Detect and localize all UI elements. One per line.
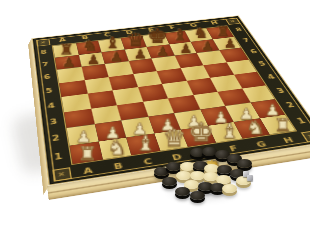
black-pawn: ♟ [110, 50, 124, 63]
white-checker-disc [176, 171, 191, 180]
white-pawn: ♟ [76, 128, 92, 144]
white-bishop: ♝ [219, 122, 240, 142]
black-checker-disc [166, 162, 181, 171]
white-checker-disc [222, 184, 237, 193]
black-pawn: ♟ [179, 42, 192, 55]
black-pawn: ♟ [86, 53, 100, 66]
square-e4 [162, 81, 193, 98]
corner-motif-icon: ✕ [52, 167, 72, 182]
product-photo-scene: ABCDEFGH ABCDEFGH 87654321 87654321 ✕ ✕ … [0, 0, 310, 233]
rank-label: 3 [268, 83, 294, 99]
white-rook: ♜ [273, 116, 291, 133]
square-c1: ♝ [126, 133, 160, 155]
white-bishop: ♝ [135, 134, 156, 155]
square-d1: ♛ [154, 129, 188, 151]
rank-label: 1 [47, 146, 70, 168]
black-pawn: ♟ [62, 56, 76, 69]
square-b1: ♞ [98, 137, 131, 159]
white-king: ♚ [188, 120, 214, 146]
black-checker-disc [190, 191, 205, 200]
square-d7: ♟ [124, 47, 151, 61]
white-queen: ♛ [162, 126, 186, 150]
mini-dice-icon [243, 171, 249, 177]
black-pawn: ♟ [156, 45, 169, 58]
square-a6 [57, 67, 84, 83]
black-checker-disc [237, 159, 252, 168]
square-a3 [64, 108, 94, 128]
black-checker-disc [162, 177, 177, 186]
square-a2: ♟ [67, 124, 98, 145]
square-f7: ♟ [169, 42, 197, 56]
white-rook: ♜ [78, 144, 97, 163]
square-a7: ♟ [55, 55, 81, 70]
square-b6 [81, 64, 108, 80]
white-knight: ♞ [107, 139, 127, 159]
chess-board: ABCDEFGH ABCDEFGH 87654321 87654321 ✕ ✕ … [32, 16, 310, 186]
white-knight: ♞ [246, 119, 265, 138]
black-pawn: ♟ [223, 37, 236, 50]
square-d4 [137, 84, 167, 101]
board-squares: ♜♞♝♛♚♝♞♜♟♟♟♟♟♟♟♟♟♟♟♟♟♟♟♟♜♞♝♛♚♝♞♜ [52, 26, 297, 165]
black-pawn: ♟ [133, 48, 146, 61]
square-a1: ♜ [70, 141, 103, 164]
black-pawn: ♟ [201, 40, 214, 53]
black-checker-disc [175, 187, 190, 196]
